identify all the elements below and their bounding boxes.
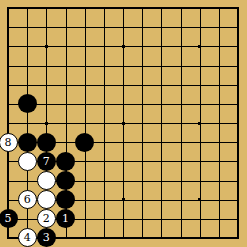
black-stone: 5 [0,209,18,228]
stones-grid: 87652143 [0,0,247,247]
move-number: 6 [24,194,31,205]
board-intersection: 7 [37,152,56,171]
black-stone [18,94,37,113]
black-stone [56,171,75,190]
white-stone: 4 [18,228,37,247]
white-stone: 8 [0,133,18,152]
black-stone [56,152,75,171]
board-intersection: 1 [56,209,75,228]
board-intersection: 8 [0,133,18,152]
black-stone [18,133,37,152]
black-stone: 7 [37,152,56,171]
board-intersection: 4 [18,228,37,247]
board-intersection: 3 [37,228,56,247]
board-intersection [75,133,94,152]
move-number: 2 [43,213,50,224]
move-number: 7 [43,156,50,167]
board-intersection [18,133,37,152]
move-number: 8 [5,137,12,148]
move-number: 5 [5,213,12,224]
board-intersection: 5 [0,209,18,228]
black-stone [56,190,75,209]
board-intersection [56,152,75,171]
board-intersection [56,171,75,190]
move-number: 1 [62,213,69,224]
board-intersection [18,94,37,113]
board-intersection: 2 [37,209,56,228]
move-number: 3 [43,232,50,243]
board-intersection [37,133,56,152]
black-stone [37,133,56,152]
white-stone: 6 [18,190,37,209]
black-stone [75,133,94,152]
black-stone: 1 [56,209,75,228]
board-intersection [18,152,37,171]
white-stone [18,152,37,171]
move-number: 4 [24,232,31,243]
white-stone: 2 [37,209,56,228]
white-stone [37,171,56,190]
go-board: 87652143 [0,0,247,247]
board-intersection [37,171,56,190]
board-intersection: 6 [18,190,37,209]
board-intersection [56,190,75,209]
black-stone: 3 [37,228,56,247]
white-stone [37,190,56,209]
board-intersection [37,190,56,209]
